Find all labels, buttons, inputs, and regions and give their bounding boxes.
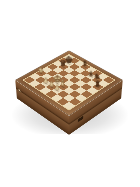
light-pawn-glyph: ♟ bbox=[51, 84, 62, 91]
product-photo: ♝♚♟♞♛♜♞♚♝♟♟♟ bbox=[0, 0, 140, 187]
latch-slot-icon bbox=[78, 116, 83, 122]
scene: ♝♚♟♞♛♜♞♚♝♟♟♟ bbox=[0, 0, 140, 187]
dark-queen-glyph: ♛ bbox=[58, 59, 69, 67]
clasp-pin-icon bbox=[18, 89, 20, 92]
dark-rook-glyph: ♜ bbox=[92, 80, 103, 87]
chess-box: ♝♚♟♞♛♜♞♚♝♟♟♟ bbox=[15, 50, 122, 115]
dark-bishop-glyph: ♝ bbox=[80, 60, 91, 67]
light-knight-glyph: ♞ bbox=[36, 66, 47, 73]
